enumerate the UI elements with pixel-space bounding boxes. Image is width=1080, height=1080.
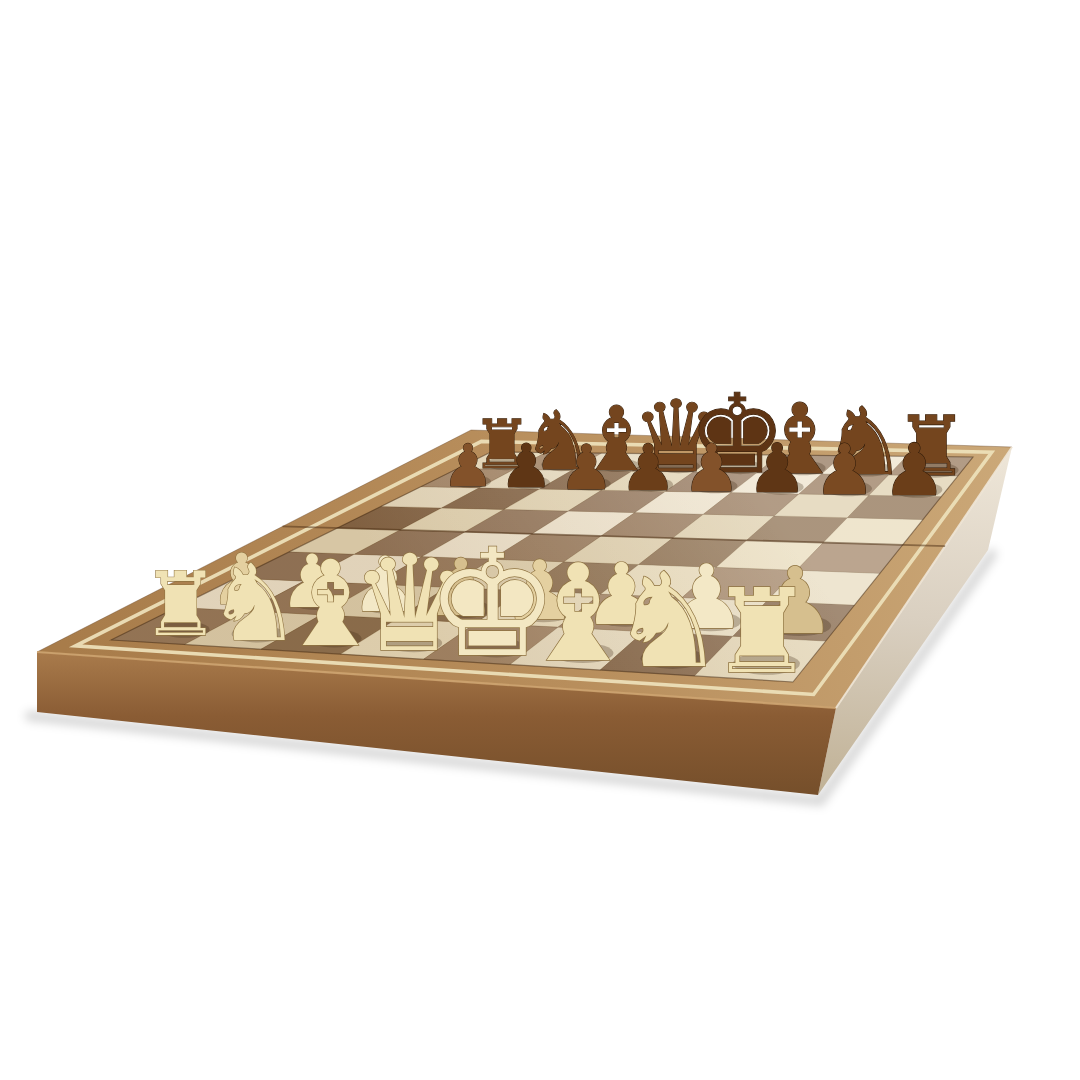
piece-black-pawn-b7: ♟ — [499, 431, 553, 501]
piece-black-pawn-e7: ♟ — [682, 430, 741, 507]
product-photo: ♜♞♝♛♚♝♞♜♟♟♟♟♟♟♟♟♟♟♟♟♟♟♟♟♜♞♝♛♚♝♞♜ — [0, 0, 1080, 1080]
piece-black-pawn-d7: ♟ — [619, 431, 676, 505]
piece-black-pawn-a7: ♟ — [442, 432, 495, 500]
piece-black-pawn-f7: ♟ — [747, 429, 808, 508]
piece-black-pawn-h7: ♟ — [882, 428, 947, 512]
folding-chess-set-scene: ♜♞♝♛♚♝♞♜♟♟♟♟♟♟♟♟♟♟♟♟♟♟♟♟♜♞♝♛♚♝♞♜ — [0, 0, 1080, 1080]
piece-white-rook-h1: ♜ — [709, 563, 814, 700]
piece-black-pawn-g7: ♟ — [813, 429, 876, 510]
piece-black-pawn-c7: ♟ — [558, 431, 614, 504]
